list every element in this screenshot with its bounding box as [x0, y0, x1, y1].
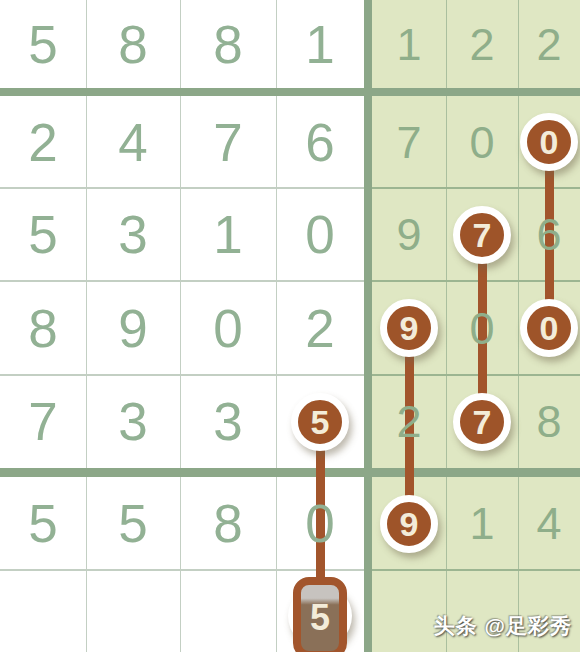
cell-r4c2: 9 — [86, 281, 180, 375]
cell-r3c5: 9 — [372, 188, 446, 281]
cell-r3c4: 0 — [276, 188, 364, 281]
cell-r2c5: 7 — [372, 96, 446, 188]
cell-r4c4: 2 — [276, 281, 364, 375]
circled-digit-r6c5: 9 — [380, 495, 438, 553]
cell-r6c2: 5 — [86, 477, 180, 570]
cell-r3c1: 5 — [0, 188, 86, 281]
cell-r6c7: 4 — [518, 477, 580, 570]
cell-r1c7: 2 — [518, 0, 580, 88]
lottery-trend-board: 58811222476705310968902073328558014 0790… — [0, 0, 580, 652]
watermark: 头条 @足彩秀 — [434, 612, 572, 640]
cell-r5c7: 8 — [518, 375, 580, 468]
circled-digit-r5c6: 7 — [453, 393, 511, 451]
cell-r2c3: 7 — [180, 96, 276, 188]
cell-r4c6: 0 — [446, 281, 518, 375]
cell-r6c4: 0 — [276, 477, 364, 570]
cell-r1c4: 1 — [276, 0, 364, 88]
circled-digit-r3c6: 7 — [453, 206, 511, 264]
cell-r1c2: 8 — [86, 0, 180, 88]
cell-r1c5: 1 — [372, 0, 446, 88]
cell-r4c3: 0 — [180, 281, 276, 375]
cell-r3c7: 6 — [518, 188, 580, 281]
cell-r6c3: 8 — [180, 477, 276, 570]
cell-r2c6: 0 — [446, 96, 518, 188]
cell-r2c4: 6 — [276, 96, 364, 188]
cell-r1c3: 8 — [180, 0, 276, 88]
thick-separator-horizontal — [0, 468, 580, 477]
cell-r5c2: 3 — [86, 375, 180, 468]
cell-r3c3: 1 — [180, 188, 276, 281]
thick-separator-horizontal — [0, 88, 580, 96]
cell-r5c3: 3 — [180, 375, 276, 468]
cell-r6c1: 5 — [0, 477, 86, 570]
circled-digit-r2c7: 0 — [520, 113, 578, 171]
cell-r5c1: 7 — [0, 375, 86, 468]
cell-r6c6: 1 — [446, 477, 518, 570]
circled-digit-r4c7: 0 — [520, 299, 578, 357]
circled-digit-r5c4: 5 — [291, 393, 349, 451]
cell-r4c1: 8 — [0, 281, 86, 375]
cell-r3c2: 3 — [86, 188, 180, 281]
thick-separator-vertical — [364, 0, 372, 652]
cell-r1c1: 5 — [0, 0, 86, 88]
boxed-digit-frame: 5 — [293, 577, 347, 652]
cell-r1c6: 2 — [446, 0, 518, 88]
cell-r2c2: 4 — [86, 96, 180, 188]
cell-r2c1: 2 — [0, 96, 86, 188]
circled-digit-r4c5: 9 — [380, 299, 438, 357]
cell-r5c5: 2 — [372, 375, 446, 468]
